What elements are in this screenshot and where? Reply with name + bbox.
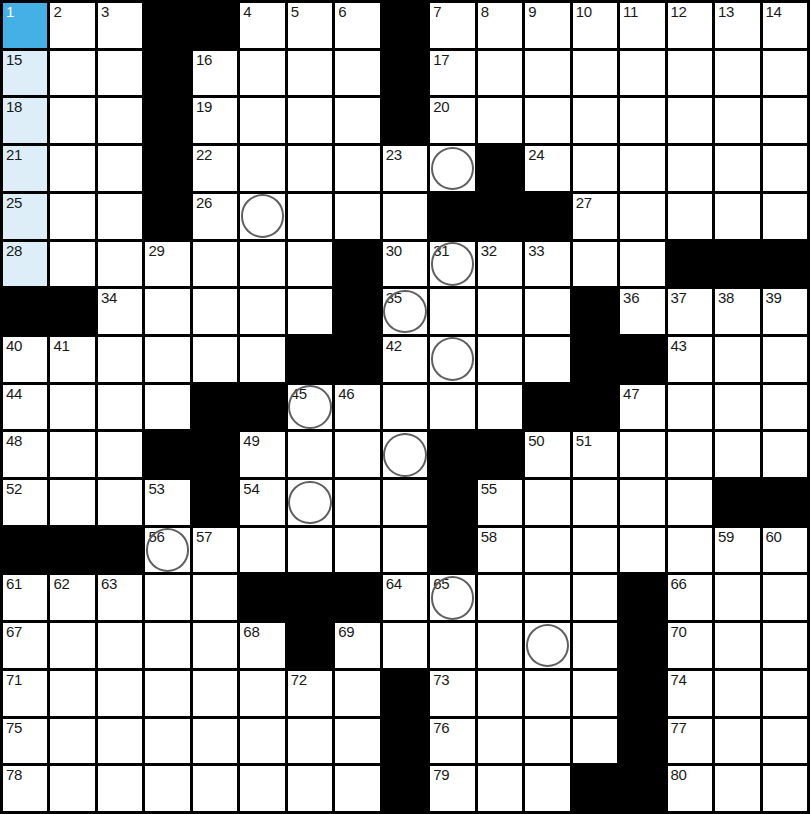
cell[interactable]	[240, 671, 284, 716]
cell[interactable]	[668, 528, 712, 573]
cell-number: 8	[481, 4, 489, 20]
cell[interactable]	[288, 766, 332, 811]
black-cell	[620, 575, 664, 620]
cell[interactable]	[335, 766, 379, 811]
cell-number: 58	[481, 529, 497, 545]
cell-number: 42	[386, 338, 402, 354]
circle-marker	[431, 147, 474, 191]
cell[interactable]: 38	[715, 289, 759, 334]
cell[interactable]: 80	[668, 766, 712, 811]
black-cell	[525, 385, 569, 430]
cell[interactable]	[335, 480, 379, 525]
cell[interactable]	[715, 51, 759, 96]
black-cell	[240, 385, 284, 430]
cell[interactable]	[525, 480, 569, 525]
cell[interactable]	[525, 623, 569, 668]
black-cell	[620, 337, 664, 382]
cell-number: 61	[6, 576, 22, 592]
cell-number: 54	[243, 481, 259, 497]
cell[interactable]: 76	[430, 719, 474, 764]
cell[interactable]	[525, 289, 569, 334]
cell[interactable]	[193, 623, 237, 668]
cell[interactable]	[50, 766, 94, 811]
cell[interactable]	[240, 51, 284, 96]
cell[interactable]	[763, 146, 807, 191]
cell[interactable]: 14	[763, 3, 807, 48]
cell[interactable]: 71	[3, 671, 47, 716]
cell[interactable]	[525, 766, 569, 811]
cell[interactable]	[240, 719, 284, 764]
cell[interactable]: 25	[3, 194, 47, 239]
cell[interactable]: 54	[240, 480, 284, 525]
cell-number: 65	[433, 576, 449, 592]
cell-number: 33	[528, 243, 544, 259]
cell[interactable]	[763, 575, 807, 620]
cell[interactable]: 74	[668, 671, 712, 716]
cell[interactable]	[620, 194, 664, 239]
cell[interactable]	[763, 671, 807, 716]
cell[interactable]	[763, 51, 807, 96]
cell[interactable]	[430, 385, 474, 430]
cell[interactable]	[288, 528, 332, 573]
cell[interactable]: 15	[3, 51, 47, 96]
black-cell	[145, 432, 189, 477]
cell[interactable]	[50, 242, 94, 287]
black-cell	[668, 242, 712, 287]
cell[interactable]	[193, 671, 237, 716]
cell[interactable]	[383, 432, 427, 477]
cell[interactable]	[193, 289, 237, 334]
cell[interactable]	[763, 98, 807, 143]
cell[interactable]	[98, 98, 142, 143]
black-cell	[335, 289, 379, 334]
cell[interactable]: 27	[573, 194, 617, 239]
cell[interactable]	[50, 432, 94, 477]
cell[interactable]: 51	[573, 432, 617, 477]
cell[interactable]	[50, 623, 94, 668]
black-cell	[715, 242, 759, 287]
cell[interactable]: 59	[715, 528, 759, 573]
cell[interactable]	[240, 194, 284, 239]
cell-number: 53	[148, 481, 164, 497]
cell[interactable]	[240, 528, 284, 573]
cell[interactable]	[668, 480, 712, 525]
cell-number: 28	[6, 243, 22, 259]
cell[interactable]: 73	[430, 671, 474, 716]
cell[interactable]	[668, 98, 712, 143]
cell[interactable]: 57	[193, 528, 237, 573]
circle-marker	[431, 576, 474, 620]
cell[interactable]	[240, 98, 284, 143]
cell-number: 45	[291, 386, 307, 402]
cell[interactable]	[145, 719, 189, 764]
cell[interactable]: 16	[193, 51, 237, 96]
cell[interactable]	[50, 98, 94, 143]
black-cell	[573, 289, 617, 334]
cell[interactable]: 10	[573, 3, 617, 48]
cell[interactable]: 39	[763, 289, 807, 334]
cell-number: 29	[148, 243, 164, 259]
cell[interactable]	[525, 528, 569, 573]
black-cell	[763, 242, 807, 287]
cell[interactable]	[383, 623, 427, 668]
cell[interactable]	[525, 671, 569, 716]
cell[interactable]: 17	[430, 51, 474, 96]
cell[interactable]	[335, 194, 379, 239]
cell[interactable]: 49	[240, 432, 284, 477]
cell[interactable]	[715, 385, 759, 430]
cell-number: 68	[243, 624, 259, 640]
cell[interactable]: 48	[3, 432, 47, 477]
cell[interactable]: 60	[763, 528, 807, 573]
cell[interactable]	[98, 385, 142, 430]
cell[interactable]	[240, 146, 284, 191]
cell[interactable]	[763, 337, 807, 382]
cell[interactable]	[763, 623, 807, 668]
cell[interactable]	[478, 385, 522, 430]
cell[interactable]: 46	[335, 385, 379, 430]
cell[interactable]: 42	[383, 337, 427, 382]
cell[interactable]	[193, 575, 237, 620]
cell-number: 63	[101, 576, 117, 592]
cell[interactable]	[430, 146, 474, 191]
cell[interactable]	[50, 385, 94, 430]
cell[interactable]	[288, 51, 332, 96]
cell-number: 43	[671, 338, 687, 354]
cell[interactable]	[573, 146, 617, 191]
cell[interactable]	[478, 289, 522, 334]
cell[interactable]	[430, 289, 474, 334]
cell[interactable]	[98, 480, 142, 525]
cell[interactable]	[50, 719, 94, 764]
cell[interactable]	[763, 194, 807, 239]
cell[interactable]: 32	[478, 242, 522, 287]
cell[interactable]	[573, 671, 617, 716]
cell[interactable]	[715, 623, 759, 668]
cell[interactable]	[288, 432, 332, 477]
cell[interactable]: 45	[288, 385, 332, 430]
cell-number: 41	[53, 338, 69, 354]
cell[interactable]	[668, 385, 712, 430]
cell[interactable]	[763, 766, 807, 811]
black-cell	[573, 385, 617, 430]
cell[interactable]	[573, 480, 617, 525]
cell[interactable]	[763, 432, 807, 477]
cell-number: 57	[196, 529, 212, 545]
cell[interactable]	[240, 337, 284, 382]
cell[interactable]	[288, 289, 332, 334]
cell[interactable]	[573, 575, 617, 620]
cell[interactable]	[478, 337, 522, 382]
cell-number: 50	[528, 433, 544, 449]
cell[interactable]	[288, 194, 332, 239]
cell[interactable]	[715, 98, 759, 143]
cell[interactable]: 7	[430, 3, 474, 48]
cell[interactable]	[525, 719, 569, 764]
cell[interactable]: 67	[3, 623, 47, 668]
cell[interactable]	[620, 528, 664, 573]
cell[interactable]	[620, 480, 664, 525]
cell[interactable]	[478, 623, 522, 668]
cell-number: 62	[53, 576, 69, 592]
cell-number: 60	[766, 529, 782, 545]
cell[interactable]	[525, 98, 569, 143]
cell[interactable]: 50	[525, 432, 569, 477]
black-cell	[145, 194, 189, 239]
cell[interactable]: 2	[50, 3, 94, 48]
black-cell	[430, 432, 474, 477]
cell[interactable]: 22	[193, 146, 237, 191]
black-cell	[288, 575, 332, 620]
cell[interactable]: 44	[3, 385, 47, 430]
cell[interactable]	[478, 98, 522, 143]
cell[interactable]	[50, 671, 94, 716]
cell[interactable]	[145, 671, 189, 716]
cell[interactable]	[525, 575, 569, 620]
cell[interactable]: 56	[145, 528, 189, 573]
cell[interactable]: 43	[668, 337, 712, 382]
cell[interactable]	[98, 337, 142, 382]
cell[interactable]: 34	[98, 289, 142, 334]
cell[interactable]	[573, 98, 617, 143]
cell-number: 23	[386, 147, 402, 163]
cell[interactable]	[668, 432, 712, 477]
black-cell	[430, 480, 474, 525]
cell[interactable]: 35	[383, 289, 427, 334]
cell[interactable]	[240, 766, 284, 811]
cell[interactable]: 29	[145, 242, 189, 287]
cell[interactable]	[98, 719, 142, 764]
cell[interactable]	[193, 242, 237, 287]
cell[interactable]	[288, 719, 332, 764]
cell[interactable]: 19	[193, 98, 237, 143]
cell[interactable]	[478, 766, 522, 811]
circle-marker	[288, 481, 331, 525]
black-cell	[98, 528, 142, 573]
cell[interactable]	[715, 194, 759, 239]
cell-number: 4	[243, 4, 251, 20]
cell[interactable]	[573, 242, 617, 287]
cell[interactable]: 65	[430, 575, 474, 620]
cell[interactable]: 5	[288, 3, 332, 48]
cell[interactable]	[715, 146, 759, 191]
cell[interactable]: 24	[525, 146, 569, 191]
cell[interactable]: 26	[193, 194, 237, 239]
cell[interactable]: 53	[145, 480, 189, 525]
cell[interactable]: 36	[620, 289, 664, 334]
cell[interactable]	[240, 242, 284, 287]
cell[interactable]	[145, 337, 189, 382]
cell[interactable]: 72	[288, 671, 332, 716]
cell[interactable]: 30	[383, 242, 427, 287]
cell[interactable]	[763, 385, 807, 430]
cell[interactable]: 33	[525, 242, 569, 287]
cell[interactable]	[50, 194, 94, 239]
cell[interactable]	[50, 480, 94, 525]
cell[interactable]	[98, 623, 142, 668]
cell[interactable]	[98, 242, 142, 287]
cell[interactable]	[478, 51, 522, 96]
cell[interactable]: 12	[668, 3, 712, 48]
cell[interactable]	[715, 719, 759, 764]
cell[interactable]: 11	[620, 3, 664, 48]
black-cell	[573, 766, 617, 811]
cell[interactable]: 41	[50, 337, 94, 382]
cell[interactable]	[525, 337, 569, 382]
cell[interactable]	[50, 51, 94, 96]
cell[interactable]	[98, 766, 142, 811]
cell[interactable]: 4	[240, 3, 284, 48]
cell[interactable]	[573, 719, 617, 764]
cell[interactable]: 58	[478, 528, 522, 573]
circle-marker	[431, 242, 474, 286]
cell[interactable]	[620, 146, 664, 191]
cell[interactable]	[573, 528, 617, 573]
cell-number: 21	[6, 147, 22, 163]
cell[interactable]: 77	[668, 719, 712, 764]
cell[interactable]	[335, 671, 379, 716]
cell[interactable]: 40	[3, 337, 47, 382]
cell[interactable]	[620, 432, 664, 477]
cell[interactable]: 21	[3, 146, 47, 191]
cell[interactable]	[383, 194, 427, 239]
black-cell	[145, 3, 189, 48]
cell[interactable]: 66	[668, 575, 712, 620]
selected-cell[interactable]: 1	[3, 3, 47, 48]
cell[interactable]	[193, 719, 237, 764]
cell[interactable]	[335, 146, 379, 191]
cell[interactable]	[668, 146, 712, 191]
cell[interactable]	[383, 385, 427, 430]
cell[interactable]	[478, 719, 522, 764]
cell[interactable]: 78	[3, 766, 47, 811]
cell[interactable]	[715, 766, 759, 811]
black-cell	[335, 575, 379, 620]
cell[interactable]	[715, 671, 759, 716]
black-cell	[145, 51, 189, 96]
cell[interactable]: 13	[715, 3, 759, 48]
cell[interactable]	[288, 480, 332, 525]
cell[interactable]: 3	[98, 3, 142, 48]
cell-number: 73	[433, 672, 449, 688]
cell[interactable]	[98, 432, 142, 477]
cell[interactable]	[145, 385, 189, 430]
black-cell	[620, 719, 664, 764]
cell[interactable]	[525, 51, 569, 96]
cell[interactable]	[668, 51, 712, 96]
cell[interactable]	[573, 623, 617, 668]
cell[interactable]: 69	[335, 623, 379, 668]
cell[interactable]: 70	[668, 623, 712, 668]
cell[interactable]	[335, 719, 379, 764]
cell[interactable]	[288, 242, 332, 287]
cell[interactable]	[145, 289, 189, 334]
black-cell	[430, 194, 474, 239]
cell[interactable]: 37	[668, 289, 712, 334]
cell[interactable]: 9	[525, 3, 569, 48]
cell[interactable]	[145, 766, 189, 811]
cell[interactable]	[383, 480, 427, 525]
cell[interactable]	[620, 242, 664, 287]
cell[interactable]	[383, 528, 427, 573]
cell[interactable]	[478, 575, 522, 620]
cell[interactable]	[478, 671, 522, 716]
cell[interactable]	[335, 432, 379, 477]
cell[interactable]: 8	[478, 3, 522, 48]
cell-number: 80	[671, 767, 687, 783]
cell[interactable]	[620, 98, 664, 143]
cell[interactable]	[98, 194, 142, 239]
cell-number: 34	[101, 290, 117, 306]
cell[interactable]: 55	[478, 480, 522, 525]
cell-number: 70	[671, 624, 687, 640]
cell[interactable]: 64	[383, 575, 427, 620]
cell-number: 76	[433, 720, 449, 736]
cell[interactable]	[430, 337, 474, 382]
cell[interactable]	[145, 623, 189, 668]
cell[interactable]: 75	[3, 719, 47, 764]
cell-number: 2	[53, 4, 61, 20]
cell[interactable]	[430, 623, 474, 668]
cell[interactable]: 68	[240, 623, 284, 668]
black-cell	[288, 337, 332, 382]
black-cell	[50, 289, 94, 334]
cell[interactable]: 31	[430, 242, 474, 287]
cell-number: 78	[6, 767, 22, 783]
cell-number: 49	[243, 433, 259, 449]
cell[interactable]	[715, 337, 759, 382]
cell[interactable]: 62	[50, 575, 94, 620]
cell[interactable]	[288, 98, 332, 143]
cell[interactable]	[335, 528, 379, 573]
cell[interactable]	[715, 432, 759, 477]
cell[interactable]: 61	[3, 575, 47, 620]
cell[interactable]	[193, 337, 237, 382]
cell[interactable]	[145, 575, 189, 620]
cell[interactable]: 18	[3, 98, 47, 143]
circle-marker	[526, 624, 569, 668]
cell[interactable]	[620, 51, 664, 96]
cell-number: 46	[338, 386, 354, 402]
cell[interactable]: 79	[430, 766, 474, 811]
cell-number: 1	[6, 4, 14, 20]
cell[interactable]	[668, 194, 712, 239]
cell[interactable]	[98, 51, 142, 96]
black-cell	[478, 194, 522, 239]
cell[interactable]	[715, 575, 759, 620]
cell[interactable]: 6	[335, 3, 379, 48]
cell[interactable]: 20	[430, 98, 474, 143]
cell[interactable]	[193, 766, 237, 811]
cell[interactable]: 23	[383, 146, 427, 191]
cell[interactable]	[335, 98, 379, 143]
cell[interactable]	[50, 146, 94, 191]
cell-number: 3	[101, 4, 109, 20]
cell[interactable]: 28	[3, 242, 47, 287]
cell[interactable]: 63	[98, 575, 142, 620]
black-cell	[715, 480, 759, 525]
cell[interactable]	[335, 51, 379, 96]
cell[interactable]	[240, 289, 284, 334]
cell[interactable]	[763, 719, 807, 764]
cell[interactable]	[573, 51, 617, 96]
cell[interactable]	[98, 671, 142, 716]
circle-marker	[288, 385, 331, 429]
cell[interactable]: 47	[620, 385, 664, 430]
cell[interactable]: 52	[3, 480, 47, 525]
cell[interactable]	[98, 146, 142, 191]
cell[interactable]	[288, 146, 332, 191]
